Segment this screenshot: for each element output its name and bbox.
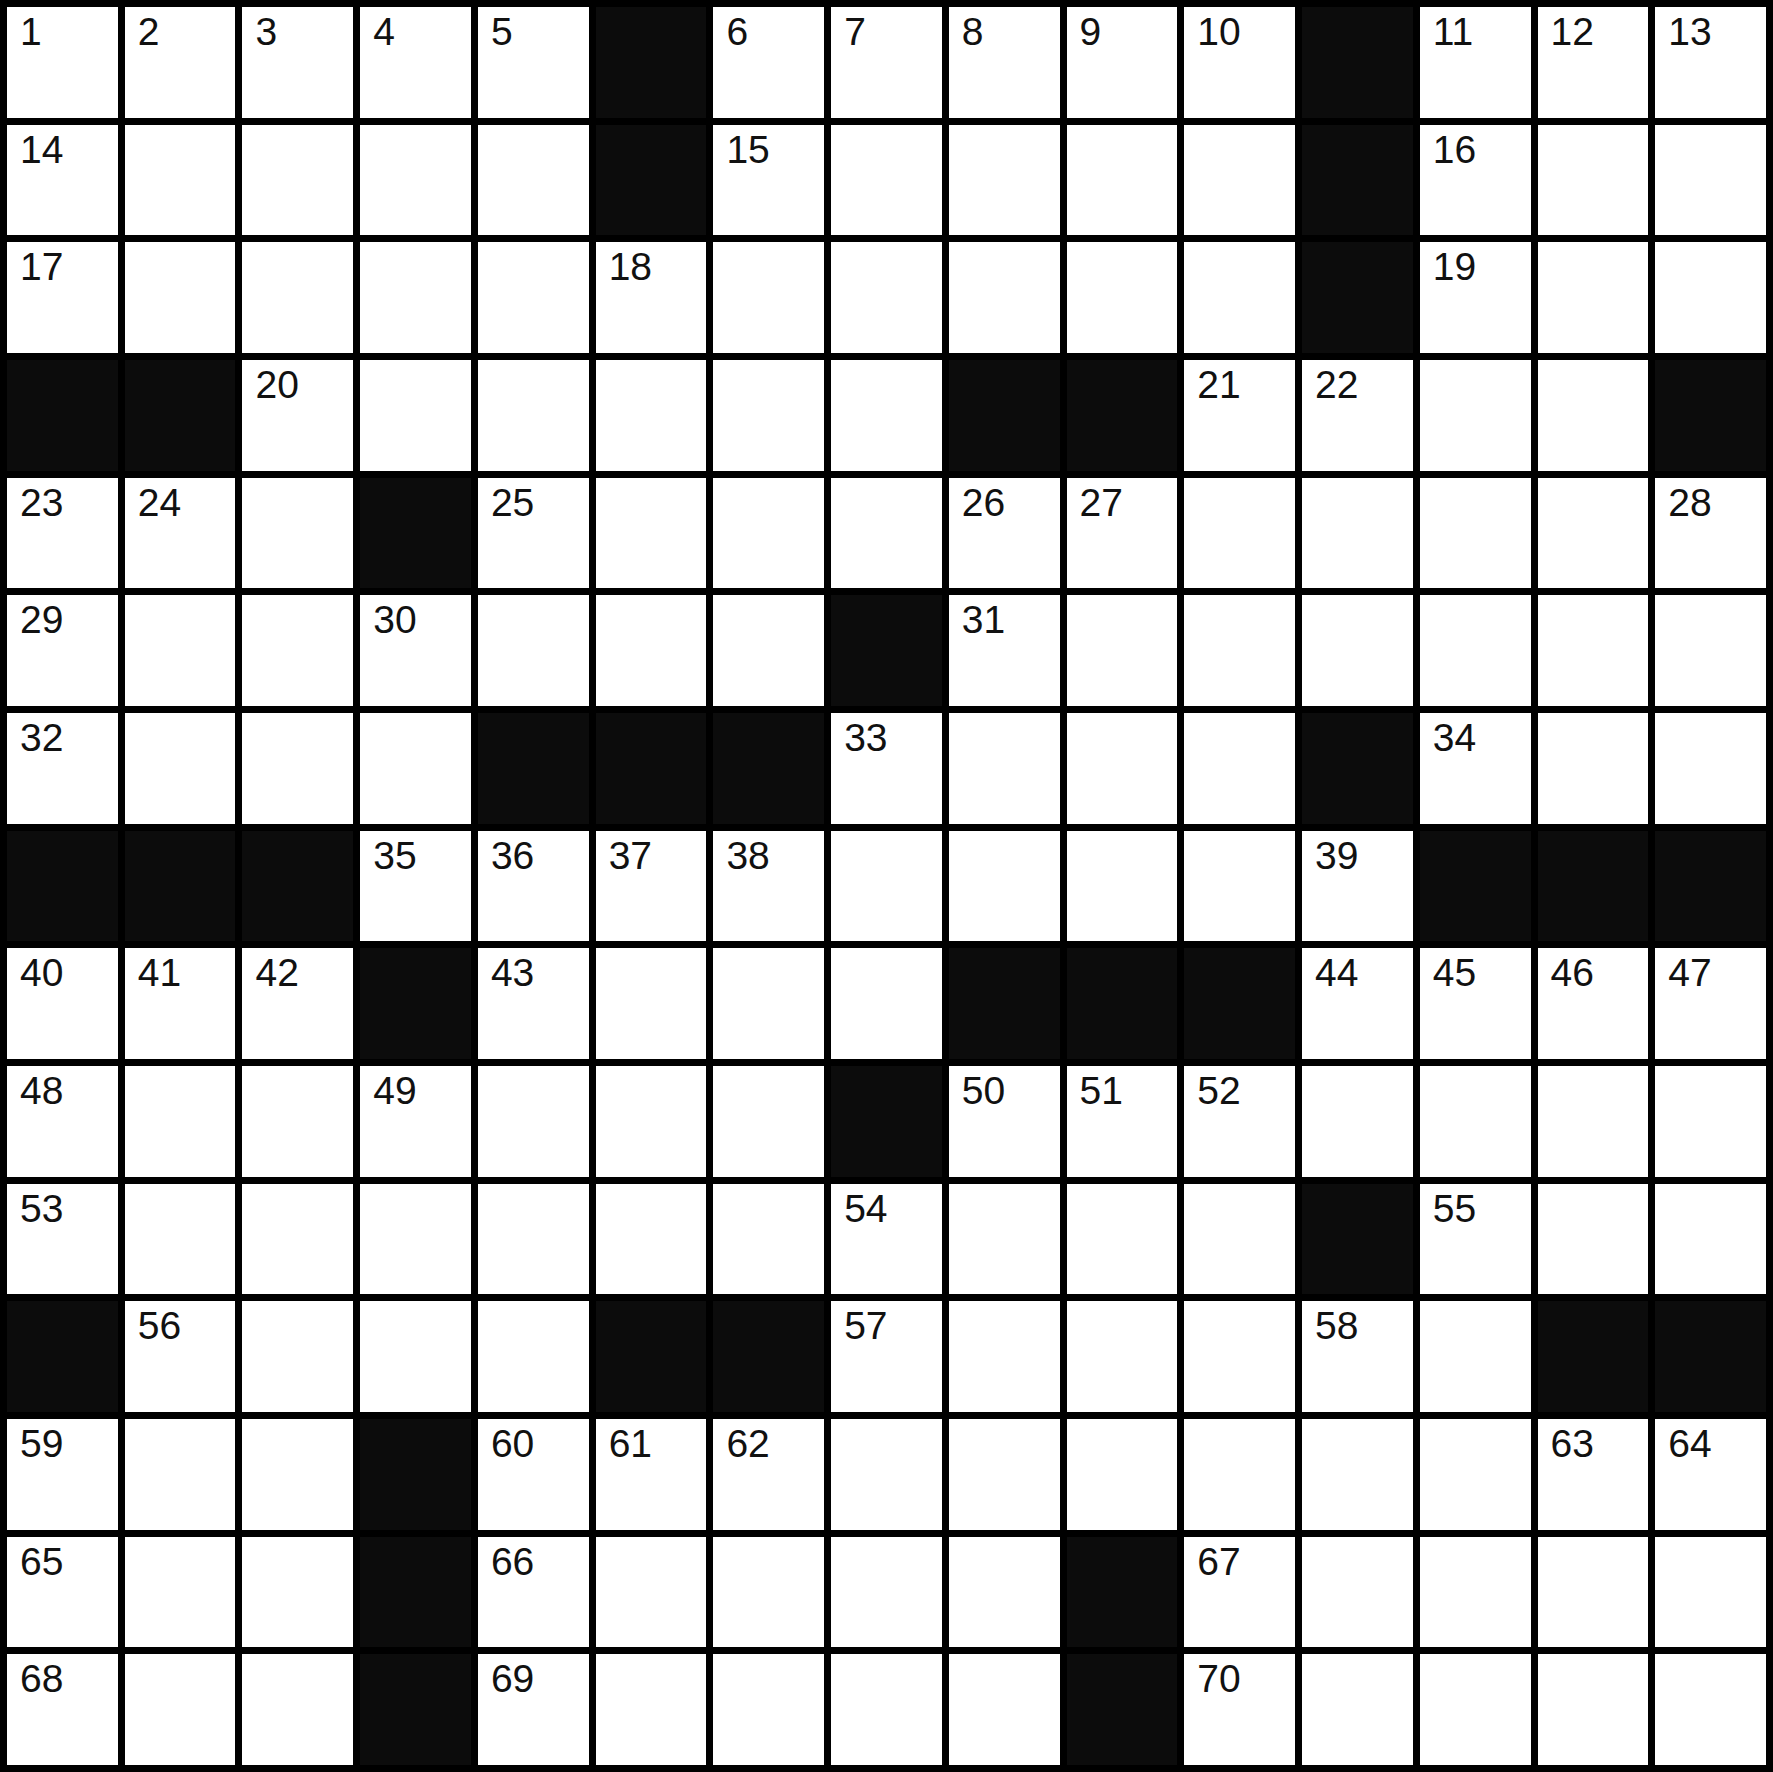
black-cell-r10c8 <box>831 1066 942 1177</box>
cell-r8c12[interactable]: 39 <box>1302 831 1413 942</box>
clue-number-61: 61 <box>609 1424 652 1465</box>
cell-r9c7[interactable] <box>713 948 824 1059</box>
cell-r5c5[interactable]: 25 <box>478 478 589 589</box>
cell-r1c4[interactable]: 4 <box>360 7 471 118</box>
cell-r8c10[interactable] <box>1067 831 1178 942</box>
cell-r12c2[interactable]: 56 <box>125 1301 236 1412</box>
clue-number-63: 63 <box>1551 1424 1594 1465</box>
cell-r11c13[interactable]: 55 <box>1420 1184 1531 1295</box>
cell-r10c12[interactable] <box>1302 1066 1413 1177</box>
cell-r13c3[interactable] <box>242 1419 353 1530</box>
cell-r5c1[interactable]: 23 <box>7 478 118 589</box>
clue-number-65: 65 <box>20 1542 63 1583</box>
cell-r3c13[interactable]: 19 <box>1420 242 1531 353</box>
clue-number-34: 34 <box>1433 718 1476 759</box>
cell-r14c1[interactable]: 65 <box>7 1537 118 1648</box>
cell-r14c9[interactable] <box>949 1537 1060 1648</box>
black-cell-r6c8 <box>831 595 942 706</box>
cell-r12c3[interactable] <box>242 1301 353 1412</box>
cell-r6c15[interactable] <box>1655 595 1766 706</box>
cell-r7c13[interactable]: 34 <box>1420 713 1531 824</box>
cell-r12c12[interactable]: 58 <box>1302 1301 1413 1412</box>
black-cell-r4c10 <box>1067 360 1178 471</box>
cell-r13c6[interactable]: 61 <box>596 1419 707 1530</box>
cell-r1c8[interactable]: 7 <box>831 7 942 118</box>
cell-r14c13[interactable] <box>1420 1537 1531 1648</box>
clue-number-45: 45 <box>1433 953 1476 994</box>
cell-r3c2[interactable] <box>125 242 236 353</box>
clue-number-51: 51 <box>1080 1071 1123 1112</box>
cell-r15c12[interactable] <box>1302 1654 1413 1765</box>
clue-number-1: 1 <box>20 12 42 53</box>
cell-r9c6[interactable] <box>596 948 707 1059</box>
cell-r9c8[interactable] <box>831 948 942 1059</box>
black-cell-r9c9 <box>949 948 1060 1059</box>
clue-number-2: 2 <box>138 12 160 53</box>
clue-number-35: 35 <box>373 836 416 877</box>
clue-number-60: 60 <box>491 1424 534 1465</box>
cell-r13c15[interactable]: 64 <box>1655 1419 1766 1530</box>
cell-r10c7[interactable] <box>713 1066 824 1177</box>
cell-r10c3[interactable] <box>242 1066 353 1177</box>
clue-number-27: 27 <box>1080 483 1123 524</box>
cell-r3c4[interactable] <box>360 242 471 353</box>
black-cell-r12c7 <box>713 1301 824 1412</box>
cell-r3c9[interactable] <box>949 242 1060 353</box>
black-cell-r12c6 <box>596 1301 707 1412</box>
cell-r14c2[interactable] <box>125 1537 236 1648</box>
clue-number-26: 26 <box>962 483 1005 524</box>
cell-r14c6[interactable] <box>596 1537 707 1648</box>
cell-r15c7[interactable] <box>713 1654 824 1765</box>
cell-r10c5[interactable] <box>478 1066 589 1177</box>
cell-r4c8[interactable] <box>831 360 942 471</box>
cell-r10c15[interactable] <box>1655 1066 1766 1177</box>
black-cell-r14c10 <box>1067 1537 1178 1648</box>
cell-r6c5[interactable] <box>478 595 589 706</box>
cell-r3c8[interactable] <box>831 242 942 353</box>
cell-r10c9[interactable]: 50 <box>949 1066 1060 1177</box>
cell-r7c11[interactable] <box>1184 713 1295 824</box>
clue-number-68: 68 <box>20 1659 63 1700</box>
cell-r5c7[interactable] <box>713 478 824 589</box>
black-cell-r15c4 <box>360 1654 471 1765</box>
clue-number-32: 32 <box>20 718 63 759</box>
black-cell-r7c5 <box>478 713 589 824</box>
clue-number-22: 22 <box>1315 365 1358 406</box>
black-cell-r7c6 <box>596 713 707 824</box>
black-cell-r4c1 <box>7 360 118 471</box>
clue-number-38: 38 <box>726 836 769 877</box>
clue-number-57: 57 <box>844 1306 887 1347</box>
cell-r10c1[interactable]: 48 <box>7 1066 118 1177</box>
cell-r13c2[interactable] <box>125 1419 236 1530</box>
cell-r11c6[interactable] <box>596 1184 707 1295</box>
black-cell-r11c12 <box>1302 1184 1413 1295</box>
cell-r2c2[interactable] <box>125 125 236 236</box>
cell-r13c11[interactable] <box>1184 1419 1295 1530</box>
cell-r5c10[interactable]: 27 <box>1067 478 1178 589</box>
cell-r1c14[interactable]: 12 <box>1538 7 1649 118</box>
clue-number-15: 15 <box>726 130 769 171</box>
cell-r8c9[interactable] <box>949 831 1060 942</box>
cell-r12c11[interactable] <box>1184 1301 1295 1412</box>
cell-r4c7[interactable] <box>713 360 824 471</box>
cell-r1c7[interactable]: 6 <box>713 7 824 118</box>
cell-r3c10[interactable] <box>1067 242 1178 353</box>
cell-r2c3[interactable] <box>242 125 353 236</box>
cell-r1c10[interactable]: 9 <box>1067 7 1178 118</box>
cell-r8c6[interactable]: 37 <box>596 831 707 942</box>
clue-number-52: 52 <box>1197 1071 1240 1112</box>
black-cell-r12c15 <box>1655 1301 1766 1412</box>
clue-number-12: 12 <box>1551 12 1594 53</box>
cell-r7c8[interactable]: 33 <box>831 713 942 824</box>
clue-number-50: 50 <box>962 1071 1005 1112</box>
cell-r10c13[interactable] <box>1420 1066 1531 1177</box>
clue-number-58: 58 <box>1315 1306 1358 1347</box>
cell-r12c10[interactable] <box>1067 1301 1178 1412</box>
cell-r14c3[interactable] <box>242 1537 353 1648</box>
clue-number-10: 10 <box>1197 12 1240 53</box>
cell-r2c1[interactable]: 14 <box>7 125 118 236</box>
black-cell-r8c13 <box>1420 831 1531 942</box>
cell-r13c5[interactable]: 60 <box>478 1419 589 1530</box>
cell-r7c9[interactable] <box>949 713 1060 824</box>
black-cell-r1c12 <box>1302 7 1413 118</box>
cell-r5c12[interactable] <box>1302 478 1413 589</box>
clue-number-19: 19 <box>1433 247 1476 288</box>
clue-number-29: 29 <box>20 600 63 641</box>
cell-r1c2[interactable]: 2 <box>125 7 236 118</box>
cell-r4c13[interactable] <box>1420 360 1531 471</box>
cell-r9c1[interactable]: 40 <box>7 948 118 1059</box>
cell-r4c11[interactable]: 21 <box>1184 360 1295 471</box>
cell-r10c10[interactable]: 51 <box>1067 1066 1178 1177</box>
clue-number-48: 48 <box>20 1071 63 1112</box>
cell-r3c7[interactable] <box>713 242 824 353</box>
clue-number-21: 21 <box>1197 365 1240 406</box>
cell-r3c15[interactable] <box>1655 242 1766 353</box>
clue-number-42: 42 <box>255 953 298 994</box>
clue-number-41: 41 <box>138 953 181 994</box>
cell-r12c5[interactable] <box>478 1301 589 1412</box>
cell-r13c12[interactable] <box>1302 1419 1413 1530</box>
cell-r5c11[interactable] <box>1184 478 1295 589</box>
cell-r12c13[interactable] <box>1420 1301 1531 1412</box>
cell-r11c2[interactable] <box>125 1184 236 1295</box>
black-cell-r14c4 <box>360 1537 471 1648</box>
clue-number-4: 4 <box>373 12 395 53</box>
cell-r6c11[interactable] <box>1184 595 1295 706</box>
clue-number-11: 11 <box>1433 12 1474 53</box>
cell-r7c14[interactable] <box>1538 713 1649 824</box>
cell-r12c9[interactable] <box>949 1301 1060 1412</box>
clue-number-18: 18 <box>609 247 652 288</box>
clue-number-28: 28 <box>1668 483 1711 524</box>
cell-r11c10[interactable] <box>1067 1184 1178 1295</box>
cell-r11c7[interactable] <box>713 1184 824 1295</box>
black-cell-r8c3 <box>242 831 353 942</box>
cell-r2c7[interactable]: 15 <box>713 125 824 236</box>
cell-r3c3[interactable] <box>242 242 353 353</box>
clue-number-67: 67 <box>1197 1542 1240 1583</box>
clue-number-43: 43 <box>491 953 534 994</box>
cell-r1c1[interactable]: 1 <box>7 7 118 118</box>
clue-number-53: 53 <box>20 1189 63 1230</box>
black-cell-r4c15 <box>1655 360 1766 471</box>
cell-r11c1[interactable]: 53 <box>7 1184 118 1295</box>
cell-r13c8[interactable] <box>831 1419 942 1530</box>
cell-r15c8[interactable] <box>831 1654 942 1765</box>
cell-r13c13[interactable] <box>1420 1419 1531 1530</box>
cell-r2c10[interactable] <box>1067 125 1178 236</box>
cell-r9c15[interactable]: 47 <box>1655 948 1766 1059</box>
cell-r15c14[interactable] <box>1538 1654 1649 1765</box>
cell-r13c1[interactable]: 59 <box>7 1419 118 1530</box>
cell-r7c1[interactable]: 32 <box>7 713 118 824</box>
cell-r7c2[interactable] <box>125 713 236 824</box>
cell-r15c11[interactable]: 70 <box>1184 1654 1295 1765</box>
cell-r11c14[interactable] <box>1538 1184 1649 1295</box>
cell-r6c1[interactable]: 29 <box>7 595 118 706</box>
black-cell-r4c9 <box>949 360 1060 471</box>
cell-r9c3[interactable]: 42 <box>242 948 353 1059</box>
clue-number-37: 37 <box>609 836 652 877</box>
cell-r14c12[interactable] <box>1302 1537 1413 1648</box>
clue-number-23: 23 <box>20 483 63 524</box>
black-cell-r8c2 <box>125 831 236 942</box>
clue-number-13: 13 <box>1668 12 1711 53</box>
clue-number-3: 3 <box>255 12 277 53</box>
cell-r14c14[interactable] <box>1538 1537 1649 1648</box>
crossword-board: 1234567891011121314151617181920212223242… <box>0 0 1773 1772</box>
cell-r2c14[interactable] <box>1538 125 1649 236</box>
clue-number-49: 49 <box>373 1071 416 1112</box>
cell-r6c10[interactable] <box>1067 595 1178 706</box>
cell-r14c15[interactable] <box>1655 1537 1766 1648</box>
black-cell-r13c4 <box>360 1419 471 1530</box>
cell-r10c2[interactable] <box>125 1066 236 1177</box>
clue-number-31: 31 <box>962 600 1005 641</box>
clue-number-62: 62 <box>726 1424 769 1465</box>
cell-r6c2[interactable] <box>125 595 236 706</box>
cell-r1c11[interactable]: 10 <box>1184 7 1295 118</box>
black-cell-r12c14 <box>1538 1301 1649 1412</box>
clue-number-8: 8 <box>962 12 984 53</box>
black-cell-r7c12 <box>1302 713 1413 824</box>
cell-r11c3[interactable] <box>242 1184 353 1295</box>
black-cell-r9c4 <box>360 948 471 1059</box>
cell-r7c3[interactable] <box>242 713 353 824</box>
black-cell-r2c12 <box>1302 125 1413 236</box>
clue-number-40: 40 <box>20 953 63 994</box>
black-cell-r9c11 <box>1184 948 1295 1059</box>
cell-r9c5[interactable]: 43 <box>478 948 589 1059</box>
cell-r9c2[interactable]: 41 <box>125 948 236 1059</box>
cell-r3c11[interactable] <box>1184 242 1295 353</box>
cell-r8c5[interactable]: 36 <box>478 831 589 942</box>
cell-r6c6[interactable] <box>596 595 707 706</box>
black-cell-r15c10 <box>1067 1654 1178 1765</box>
cell-r11c4[interactable] <box>360 1184 471 1295</box>
cell-r10c11[interactable]: 52 <box>1184 1066 1295 1177</box>
clue-number-64: 64 <box>1668 1424 1711 1465</box>
cell-r5c2[interactable]: 24 <box>125 478 236 589</box>
cell-r4c14[interactable] <box>1538 360 1649 471</box>
cell-r5c13[interactable] <box>1420 478 1531 589</box>
cell-r14c8[interactable] <box>831 1537 942 1648</box>
cell-r6c4[interactable]: 30 <box>360 595 471 706</box>
clue-number-59: 59 <box>20 1424 63 1465</box>
cell-r3c1[interactable]: 17 <box>7 242 118 353</box>
cell-r10c14[interactable] <box>1538 1066 1649 1177</box>
clue-number-70: 70 <box>1197 1659 1240 1700</box>
clue-number-17: 17 <box>20 247 63 288</box>
cell-r3c5[interactable] <box>478 242 589 353</box>
cell-r14c5[interactable]: 66 <box>478 1537 589 1648</box>
cell-r1c15[interactable]: 13 <box>1655 7 1766 118</box>
cell-r8c4[interactable]: 35 <box>360 831 471 942</box>
cell-r3c14[interactable] <box>1538 242 1649 353</box>
cell-r13c9[interactable] <box>949 1419 1060 1530</box>
cell-r4c5[interactable] <box>478 360 589 471</box>
cell-r15c3[interactable] <box>242 1654 353 1765</box>
cell-r4c3[interactable]: 20 <box>242 360 353 471</box>
cell-r7c10[interactable] <box>1067 713 1178 824</box>
black-cell-r8c1 <box>7 831 118 942</box>
clue-number-6: 6 <box>726 12 748 53</box>
cell-r5c6[interactable] <box>596 478 707 589</box>
cell-r3c6[interactable]: 18 <box>596 242 707 353</box>
cell-r15c1[interactable]: 68 <box>7 1654 118 1765</box>
cell-r6c13[interactable] <box>1420 595 1531 706</box>
clue-number-36: 36 <box>491 836 534 877</box>
cell-r15c15[interactable] <box>1655 1654 1766 1765</box>
cell-r12c8[interactable]: 57 <box>831 1301 942 1412</box>
black-cell-r9c10 <box>1067 948 1178 1059</box>
cell-r15c5[interactable]: 69 <box>478 1654 589 1765</box>
cell-r2c4[interactable] <box>360 125 471 236</box>
cell-r2c5[interactable] <box>478 125 589 236</box>
cell-r4c6[interactable] <box>596 360 707 471</box>
cell-r5c3[interactable] <box>242 478 353 589</box>
cell-r5c14[interactable] <box>1538 478 1649 589</box>
cell-r10c6[interactable] <box>596 1066 707 1177</box>
clue-number-7: 7 <box>844 12 866 53</box>
clue-number-24: 24 <box>138 483 181 524</box>
clue-number-47: 47 <box>1668 953 1711 994</box>
clue-number-69: 69 <box>491 1659 534 1700</box>
cell-r13c10[interactable] <box>1067 1419 1178 1530</box>
clue-number-25: 25 <box>491 483 534 524</box>
cell-r2c11[interactable] <box>1184 125 1295 236</box>
cell-r13c14[interactable]: 63 <box>1538 1419 1649 1530</box>
clue-number-39: 39 <box>1315 836 1358 877</box>
cell-r11c15[interactable] <box>1655 1184 1766 1295</box>
black-cell-r8c15 <box>1655 831 1766 942</box>
black-cell-r3c12 <box>1302 242 1413 353</box>
cell-r6c7[interactable] <box>713 595 824 706</box>
cell-r11c11[interactable] <box>1184 1184 1295 1295</box>
cell-r2c9[interactable] <box>949 125 1060 236</box>
cell-r6c12[interactable] <box>1302 595 1413 706</box>
cell-r15c9[interactable] <box>949 1654 1060 1765</box>
cell-r11c5[interactable] <box>478 1184 589 1295</box>
cell-r2c13[interactable]: 16 <box>1420 125 1531 236</box>
black-cell-r1c6 <box>596 7 707 118</box>
cell-r5c8[interactable] <box>831 478 942 589</box>
black-cell-r5c4 <box>360 478 471 589</box>
cell-r15c13[interactable] <box>1420 1654 1531 1765</box>
clue-number-56: 56 <box>138 1306 181 1347</box>
cell-r1c9[interactable]: 8 <box>949 7 1060 118</box>
cell-r8c8[interactable] <box>831 831 942 942</box>
cell-r8c7[interactable]: 38 <box>713 831 824 942</box>
clue-number-54: 54 <box>844 1189 887 1230</box>
cell-r6c3[interactable] <box>242 595 353 706</box>
clue-number-20: 20 <box>255 365 298 406</box>
clue-number-46: 46 <box>1551 953 1594 994</box>
cell-r2c15[interactable] <box>1655 125 1766 236</box>
clue-number-9: 9 <box>1080 12 1102 53</box>
cell-r5c9[interactable]: 26 <box>949 478 1060 589</box>
cell-r4c4[interactable] <box>360 360 471 471</box>
black-cell-r2c6 <box>596 125 707 236</box>
cell-r14c11[interactable]: 67 <box>1184 1537 1295 1648</box>
cell-r4c12[interactable]: 22 <box>1302 360 1413 471</box>
cell-r11c9[interactable] <box>949 1184 1060 1295</box>
cell-r7c15[interactable] <box>1655 713 1766 824</box>
cell-r15c2[interactable] <box>125 1654 236 1765</box>
black-cell-r7c7 <box>713 713 824 824</box>
cell-r1c3[interactable]: 3 <box>242 7 353 118</box>
cell-r1c5[interactable]: 5 <box>478 7 589 118</box>
black-cell-r12c1 <box>7 1301 118 1412</box>
cell-r6c9[interactable]: 31 <box>949 595 1060 706</box>
cell-r6c14[interactable] <box>1538 595 1649 706</box>
clue-number-66: 66 <box>491 1542 534 1583</box>
cell-r7c4[interactable] <box>360 713 471 824</box>
clue-number-55: 55 <box>1433 1189 1476 1230</box>
cell-r15c6[interactable] <box>596 1654 707 1765</box>
cell-r1c13[interactable]: 11 <box>1420 7 1531 118</box>
cell-r9c12[interactable]: 44 <box>1302 948 1413 1059</box>
cell-r5c15[interactable]: 28 <box>1655 478 1766 589</box>
cell-r14c7[interactable] <box>713 1537 824 1648</box>
clue-number-30: 30 <box>373 600 416 641</box>
cell-r11c8[interactable]: 54 <box>831 1184 942 1295</box>
cell-r13c7[interactable]: 62 <box>713 1419 824 1530</box>
cell-r9c14[interactable]: 46 <box>1538 948 1649 1059</box>
clue-number-16: 16 <box>1433 130 1476 171</box>
cell-r9c13[interactable]: 45 <box>1420 948 1531 1059</box>
clue-number-33: 33 <box>844 718 887 759</box>
cell-r8c11[interactable] <box>1184 831 1295 942</box>
clue-number-44: 44 <box>1315 953 1358 994</box>
black-cell-r4c2 <box>125 360 236 471</box>
clue-number-5: 5 <box>491 12 513 53</box>
clue-number-14: 14 <box>20 130 63 171</box>
cell-r12c4[interactable] <box>360 1301 471 1412</box>
cell-r2c8[interactable] <box>831 125 942 236</box>
black-cell-r8c14 <box>1538 831 1649 942</box>
cell-r10c4[interactable]: 49 <box>360 1066 471 1177</box>
